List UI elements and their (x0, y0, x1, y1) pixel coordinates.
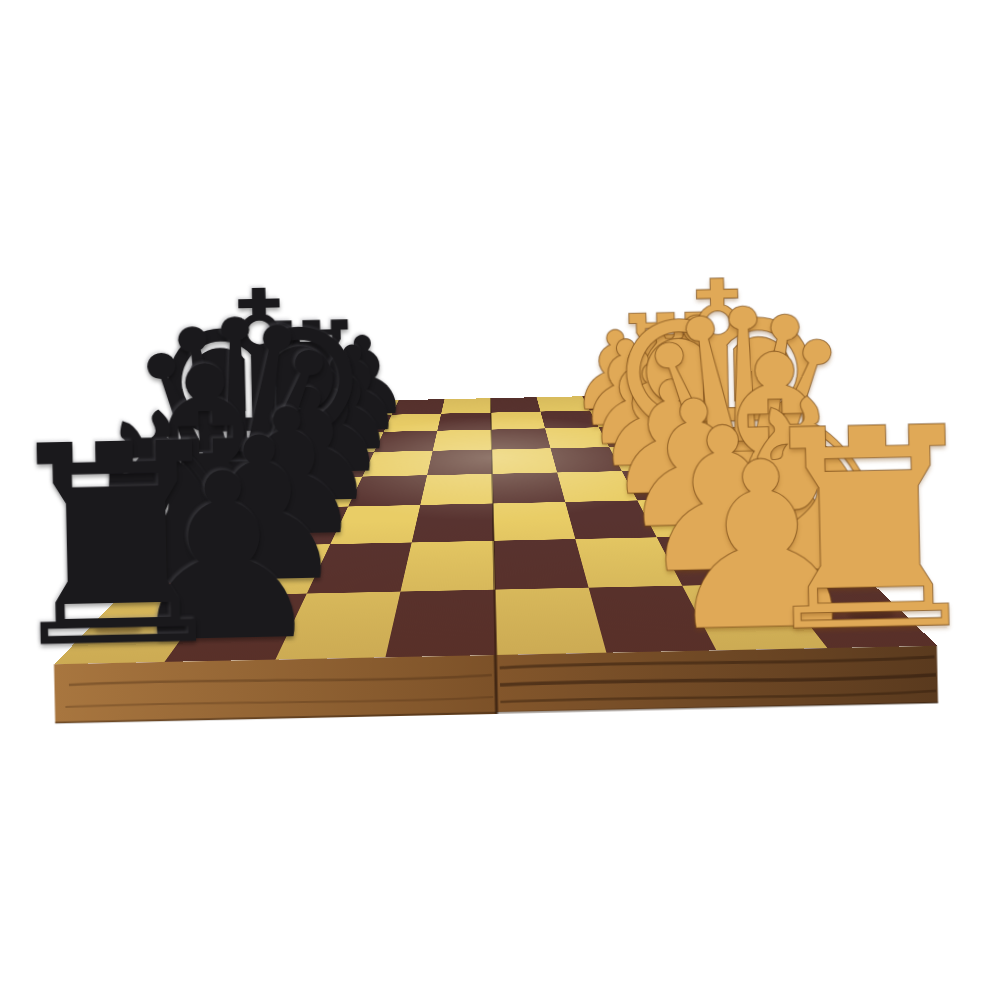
piece-white-rook-a1: ♜ (743, 391, 996, 672)
scene: ♟♜♟♜♟♞♟♞♟♝♟♝♟♚♟♚♟♛♟♛♟♝♟♝♟♞♟♞♟♜♟♜ (0, 0, 1000, 1000)
piece-black-rook-a8: ♜ (0, 407, 243, 688)
chess-set-photo: ♟♜♟♜♟♞♟♞♟♝♟♝♟♚♟♚♟♛♟♛♟♝♟♝♟♞♟♞♟♜♟♜ (0, 0, 1000, 1000)
pieces-layer: ♟♜♟♜♟♞♟♞♟♝♟♝♟♚♟♚♟♛♟♛♟♝♟♝♟♞♟♞♟♜♟♜ (0, 0, 1000, 1000)
